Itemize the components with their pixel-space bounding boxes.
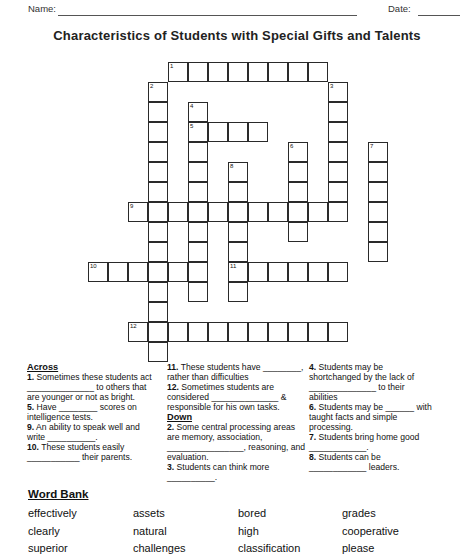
word-bank-item: please	[342, 540, 458, 555]
clue-across-10: 10. These students easily ___________ th…	[27, 442, 153, 462]
grid-cell-r4c14[interactable]: 7	[368, 142, 388, 162]
clue-number-3: 3	[330, 83, 333, 90]
clues-column-right: 4. Students may be shortchanged by the l…	[309, 362, 435, 472]
grid-cell-r13c4[interactable]	[168, 322, 188, 342]
clue-across-5: 5. Have ________ scores on intelligence …	[27, 402, 153, 422]
grid-cell-r5c5[interactable]	[188, 162, 208, 182]
word-bank-item: cooperative	[342, 523, 458, 541]
grid-cell-r11c5[interactable]	[188, 282, 208, 302]
grid-cell-r9c3[interactable]	[148, 242, 168, 262]
grid-cell-r0c4[interactable]: 1	[168, 62, 188, 82]
grid-cell-r5c12[interactable]	[328, 162, 348, 182]
clue-down-2: 2. Some central processing areas are mem…	[167, 422, 307, 462]
word-bank-item: classification	[238, 540, 342, 555]
grid-cell-r8c10[interactable]	[288, 222, 308, 242]
grid-cell-r3c7[interactable]	[228, 122, 248, 142]
clues-column-middle: 11. These students have ________, rather…	[167, 362, 307, 482]
grid-cell-r11c3[interactable]	[148, 282, 168, 302]
grid-cell-r5c3[interactable]	[148, 162, 168, 182]
word-bank-item: natural	[133, 523, 238, 541]
date-input-line[interactable]	[418, 3, 460, 16]
grid-cell-r13c2[interactable]: 12	[128, 322, 148, 342]
grid-cell-r2c5[interactable]: 4	[188, 102, 208, 122]
grid-cell-r8c14[interactable]	[368, 222, 388, 242]
grid-cell-r9c14[interactable]	[368, 242, 388, 262]
word-bank-item: high	[238, 523, 342, 541]
grid-cell-r3c8[interactable]	[248, 122, 268, 142]
grid-cell-r13c8[interactable]	[248, 322, 268, 342]
grid-cell-r0c8[interactable]	[248, 62, 268, 82]
grid-cell-r4c12[interactable]	[328, 142, 348, 162]
grid-cell-r4c3[interactable]	[148, 142, 168, 162]
grid-cell-r10c2[interactable]	[128, 262, 148, 282]
grid-cell-r13c7[interactable]	[228, 322, 248, 342]
clue-number-4: 4	[190, 103, 193, 110]
grid-cell-r13c10[interactable]	[288, 322, 308, 342]
grid-cell-r5c14[interactable]	[368, 162, 388, 182]
word-bank-item: grades	[342, 505, 458, 523]
clue-down-7: 7. Students bring home good ____________…	[309, 432, 435, 452]
grid-cell-r5c10[interactable]	[288, 162, 308, 182]
clue-down-4: 4. Students may be shortchanged by the l…	[309, 362, 435, 402]
grid-cell-r9c5[interactable]	[188, 242, 208, 262]
grid-cell-r13c5[interactable]	[188, 322, 208, 342]
grid-cell-r10c10[interactable]	[288, 262, 308, 282]
grid-cell-r1c3[interactable]: 2	[148, 82, 168, 102]
grid-cell-r7c6[interactable]	[208, 202, 228, 222]
clues-across-header: Across	[27, 362, 153, 372]
grid-cell-r6c10[interactable]	[288, 182, 308, 202]
grid-cell-r2c3[interactable]	[148, 102, 168, 122]
grid-cell-r0c11[interactable]	[308, 62, 328, 82]
crossword-worksheet-page: Name: Date: Characteristics of Students …	[0, 0, 474, 555]
grid-cell-r0c6[interactable]	[208, 62, 228, 82]
grid-cell-r10c1[interactable]	[108, 262, 128, 282]
grid-cell-r10c11[interactable]	[308, 262, 328, 282]
grid-cell-r0c9[interactable]	[268, 62, 288, 82]
word-bank-item: clearly	[28, 523, 133, 541]
grid-cell-r3c3[interactable]	[148, 122, 168, 142]
word-bank: effectivelyassetsboredgradesclearlynatur…	[28, 505, 458, 555]
grid-cell-r10c3[interactable]	[148, 262, 168, 282]
grid-cell-r6c12[interactable]	[328, 182, 348, 202]
word-bank-item: superior	[28, 540, 133, 555]
grid-cell-r8c7[interactable]	[228, 222, 248, 242]
word-bank-item: bored	[238, 505, 342, 523]
grid-cell-r11c7[interactable]	[228, 282, 248, 302]
grid-cell-r7c3[interactable]	[148, 202, 168, 222]
grid-cell-r5c7[interactable]: 8	[228, 162, 248, 182]
clue-down-8: 8. Students can be ____________ leaders.	[309, 452, 435, 472]
crossword-grid: 123456789101112	[88, 62, 390, 364]
clue-number-8: 8	[230, 163, 233, 170]
clue-down-6: 6. Students may be ______ with taught fa…	[309, 402, 435, 432]
grid-cell-r13c3[interactable]	[148, 322, 168, 342]
grid-cell-r7c14[interactable]	[368, 202, 388, 222]
grid-cell-r7c10[interactable]	[288, 202, 308, 222]
grid-cell-r3c12[interactable]	[328, 122, 348, 142]
grid-cell-r6c7[interactable]	[228, 182, 248, 202]
clue-across-12: 12. Sometimes students are considered __…	[167, 382, 307, 412]
name-label: Name:	[28, 3, 56, 14]
grid-cell-r1c12[interactable]: 3	[328, 82, 348, 102]
grid-cell-r13c9[interactable]	[268, 322, 288, 342]
grid-cell-r7c7[interactable]	[228, 202, 248, 222]
clue-number-2: 2	[150, 83, 153, 90]
grid-cell-r10c0[interactable]: 10	[88, 262, 108, 282]
clues-column-left: Across1. Sometimes these students act __…	[27, 362, 153, 462]
grid-cell-r14c3[interactable]	[148, 342, 168, 362]
grid-cell-r6c5[interactable]	[188, 182, 208, 202]
grid-cell-r10c4[interactable]	[168, 262, 188, 282]
clue-number-1: 1	[170, 63, 173, 70]
grid-cell-r10c12[interactable]	[328, 262, 348, 282]
clue-number-12: 12	[130, 323, 137, 330]
grid-cell-r2c12[interactable]	[328, 102, 348, 122]
clue-across-1: 1. Sometimes these students act ________…	[27, 372, 153, 402]
grid-cell-r7c5[interactable]	[188, 202, 208, 222]
clue-down-3: 3. Students can think more __________.	[167, 462, 307, 482]
page-title: Characteristics of Students with Special…	[0, 28, 474, 43]
grid-cell-r7c11[interactable]	[308, 202, 328, 222]
grid-cell-r10c5[interactable]	[188, 262, 208, 282]
clue-number-9: 9	[130, 203, 133, 210]
grid-cell-r0c7[interactable]	[228, 62, 248, 82]
grid-cell-r7c9[interactable]	[268, 202, 288, 222]
grid-cell-r6c14[interactable]	[368, 182, 388, 202]
grid-cell-r12c3[interactable]	[148, 302, 168, 322]
grid-cell-r7c2[interactable]: 9	[128, 202, 148, 222]
clue-across-11: 11. These students have ________, rather…	[167, 362, 307, 382]
grid-cell-r7c12[interactable]	[328, 202, 348, 222]
clue-number-5: 5	[190, 123, 193, 130]
grid-cell-r7c4[interactable]	[168, 202, 188, 222]
clue-number-11: 11	[230, 263, 236, 270]
grid-cell-r13c12[interactable]	[328, 322, 348, 342]
clues-down-header: Down	[167, 412, 307, 422]
date-label: Date:	[388, 3, 411, 14]
clue-number-7: 7	[370, 143, 373, 150]
clue-across-9: 9. An ability to speak well and write __…	[27, 422, 153, 442]
grid-cell-r0c10[interactable]	[288, 62, 308, 82]
grid-cell-r4c5[interactable]	[188, 142, 208, 162]
grid-cell-r3c6[interactable]	[208, 122, 228, 142]
grid-cell-r8c3[interactable]	[148, 222, 168, 242]
word-bank-title: Word Bank	[28, 488, 89, 500]
grid-cell-r10c8[interactable]	[248, 262, 268, 282]
grid-cell-r13c6[interactable]	[208, 322, 228, 342]
grid-cell-r10c9[interactable]	[268, 262, 288, 282]
grid-cell-r7c8[interactable]	[248, 202, 268, 222]
grid-cell-r3c5[interactable]: 5	[188, 122, 208, 142]
grid-cell-r10c7[interactable]: 11	[228, 262, 248, 282]
word-bank-item: challenges	[133, 540, 238, 555]
grid-cell-r13c11[interactable]	[308, 322, 328, 342]
clue-number-10: 10	[90, 263, 97, 270]
grid-cell-r6c3[interactable]	[148, 182, 168, 202]
word-bank-item: assets	[133, 505, 238, 523]
grid-cell-r8c5[interactable]	[188, 222, 208, 242]
grid-cell-r4c10[interactable]: 6	[288, 142, 308, 162]
grid-cell-r0c5[interactable]	[188, 62, 208, 82]
word-bank-item: effectively	[28, 505, 133, 523]
clue-number-6: 6	[290, 143, 293, 150]
grid-cell-r9c7[interactable]	[228, 242, 248, 262]
name-input-line[interactable]	[58, 3, 357, 16]
